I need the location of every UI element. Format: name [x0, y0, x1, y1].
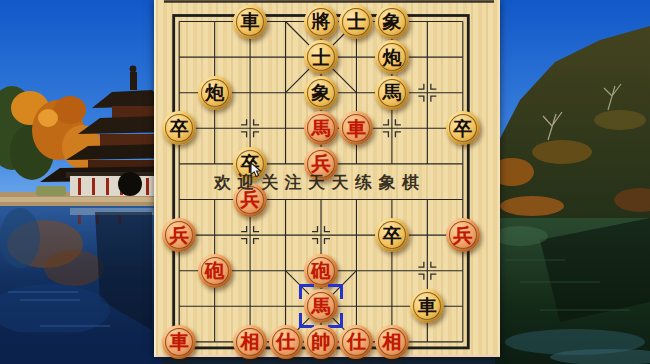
- piece-label: 士: [342, 8, 370, 36]
- piece-label: 兵: [165, 221, 193, 249]
- piece-label: 仕: [342, 328, 370, 356]
- piece-black-象[interactable]: 象: [375, 5, 409, 39]
- piece-label: 車: [165, 328, 193, 356]
- piece-red-車[interactable]: 車: [162, 325, 196, 359]
- piece-black-車[interactable]: 車: [410, 289, 444, 323]
- piece-label: 車: [342, 114, 370, 142]
- piece-label: 砲: [307, 257, 335, 285]
- piece-red-車[interactable]: 車: [339, 111, 373, 145]
- piece-black-馬[interactable]: 馬: [375, 76, 409, 110]
- piece-black-卒[interactable]: 卒: [375, 218, 409, 252]
- piece-red-仕[interactable]: 仕: [269, 325, 303, 359]
- piece-red-砲[interactable]: 砲: [198, 254, 232, 288]
- watermark-text: 欢迎关注天天练象棋: [214, 172, 426, 192]
- piece-red-砲[interactable]: 砲: [304, 254, 338, 288]
- piece-label: 卒: [449, 114, 477, 142]
- mouse-cursor: [250, 162, 263, 179]
- piece-label: 砲: [201, 257, 229, 285]
- lake-left: [0, 206, 162, 364]
- piece-label: 卒: [378, 221, 406, 249]
- piece-label: 象: [307, 79, 335, 107]
- piece-label: 車: [413, 292, 441, 320]
- piece-red-兵[interactable]: 兵: [162, 218, 196, 252]
- piece-label: 將: [307, 8, 335, 36]
- piece-red-兵[interactable]: 兵: [446, 218, 480, 252]
- piece-red-馬[interactable]: 馬: [304, 111, 338, 145]
- piece-label: 仕: [272, 328, 300, 356]
- piece-label: 炮: [201, 79, 229, 107]
- piece-black-士[interactable]: 士: [304, 40, 338, 74]
- piece-red-馬[interactable]: 馬: [304, 289, 338, 323]
- piece-black-卒[interactable]: 卒: [446, 111, 480, 145]
- piece-black-車[interactable]: 車: [233, 5, 267, 39]
- piece-label: 車: [236, 8, 264, 36]
- lake-right: [492, 218, 650, 364]
- piece-black-炮[interactable]: 炮: [375, 40, 409, 74]
- piece-label: 士: [307, 43, 335, 71]
- piece-label: 帥: [307, 328, 335, 356]
- piece-red-帥[interactable]: 帥: [304, 325, 338, 359]
- piece-label: 相: [378, 328, 406, 356]
- scene: 車將士象士炮炮象馬卒馬車卒卒兵兵兵卒兵砲砲馬車車相仕帥仕相 欢迎关注天天练象棋: [0, 0, 650, 364]
- piece-label: 馬: [378, 79, 406, 107]
- xiangqi-board[interactable]: 車將士象士炮炮象馬卒馬車卒卒兵兵兵卒兵砲砲馬車車相仕帥仕相 欢迎关注天天练象棋: [154, 0, 500, 357]
- piece-red-仕[interactable]: 仕: [339, 325, 373, 359]
- piece-black-士[interactable]: 士: [339, 5, 373, 39]
- piece-label: 馬: [307, 292, 335, 320]
- piece-label: 卒: [165, 114, 193, 142]
- piece-red-相[interactable]: 相: [233, 325, 267, 359]
- piece-label: 相: [236, 328, 264, 356]
- piece-black-炮[interactable]: 炮: [198, 76, 232, 110]
- piece-label: 馬: [307, 114, 335, 142]
- piece-label: 兵: [449, 221, 477, 249]
- piece-black-卒[interactable]: 卒: [162, 111, 196, 145]
- piece-label: 象: [378, 8, 406, 36]
- piece-red-相[interactable]: 相: [375, 325, 409, 359]
- piece-label: 炮: [378, 43, 406, 71]
- piece-black-將[interactable]: 將: [304, 5, 338, 39]
- piece-black-象[interactable]: 象: [304, 76, 338, 110]
